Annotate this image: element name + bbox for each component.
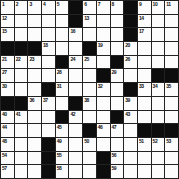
white-cell-r8-c9[interactable] — [111, 97, 124, 110]
white-cell-r11-c2[interactable] — [15, 138, 28, 151]
black-cell-r6-c13 — [165, 69, 178, 82]
white-cell-r2-c5[interactable] — [56, 15, 69, 28]
clue-number-31: 31 — [57, 83, 62, 89]
black-cell-r8-c1 — [1, 97, 14, 110]
white-cell-r8-c12[interactable] — [152, 97, 165, 110]
black-cell-r3-c10 — [124, 28, 137, 41]
clue-number-33: 33 — [139, 83, 144, 89]
clue-number-27: 27 — [2, 69, 7, 75]
clue-number-39: 39 — [125, 97, 130, 103]
clue-number-9: 9 — [139, 1, 141, 7]
white-cell-r1-c13[interactable]: 11 — [165, 1, 178, 14]
white-cell-r3-c4[interactable] — [42, 28, 55, 41]
white-cell-r1-c1[interactable]: 1 — [1, 1, 14, 14]
clue-number-40: 40 — [2, 111, 7, 117]
white-cell-r13-c9[interactable]: 59 — [111, 165, 124, 178]
white-cell-r5-c13[interactable] — [165, 56, 178, 69]
clue-number-10: 10 — [153, 1, 158, 7]
white-cell-r10-c2[interactable] — [15, 124, 28, 137]
clue-number-48: 48 — [2, 138, 7, 144]
clue-number-23: 23 — [29, 56, 34, 62]
white-cell-r7-c7[interactable] — [83, 83, 96, 96]
clue-number-54: 54 — [2, 152, 7, 158]
clue-number-26: 26 — [125, 56, 130, 62]
white-cell-r9-c1[interactable]: 40 — [1, 111, 14, 124]
white-cell-r3-c11[interactable]: 17 — [138, 28, 151, 41]
white-cell-r13-c6[interactable] — [69, 165, 82, 178]
white-cell-r10-c4[interactable] — [42, 124, 55, 137]
white-cell-r9-c10[interactable]: 43 — [124, 111, 137, 124]
white-cell-r6-c4[interactable] — [42, 69, 55, 82]
white-cell-r13-c7[interactable] — [83, 165, 96, 178]
white-cell-r1-c3[interactable]: 3 — [28, 1, 41, 14]
white-cell-r13-c5[interactable]: 58 — [56, 165, 69, 178]
white-cell-r6-c6[interactable] — [69, 69, 82, 82]
white-cell-r3-c9[interactable] — [111, 28, 124, 41]
white-cell-r3-c13[interactable] — [165, 28, 178, 41]
white-cell-r10-c5[interactable]: 45 — [56, 124, 69, 137]
clue-number-45: 45 — [57, 124, 62, 130]
white-cell-r9-c8[interactable] — [97, 111, 110, 124]
white-cell-r7-c3[interactable] — [28, 83, 41, 96]
white-cell-r12-c9[interactable]: 56 — [111, 152, 124, 165]
white-cell-r13-c2[interactable] — [15, 165, 28, 178]
black-cell-r1-c10 — [124, 1, 137, 14]
white-cell-r7-c2[interactable] — [15, 83, 28, 96]
clue-number-20: 20 — [125, 42, 130, 48]
white-cell-r8-c8[interactable] — [97, 97, 110, 110]
white-cell-r4-c5[interactable] — [56, 42, 69, 55]
white-cell-r7-c9[interactable] — [111, 83, 124, 96]
white-cell-r8-c3[interactable]: 36 — [28, 97, 41, 110]
black-cell-r4-c3 — [28, 42, 41, 55]
white-cell-r7-c8[interactable]: 32 — [97, 83, 110, 96]
white-cell-r10-c10[interactable] — [124, 124, 137, 137]
white-cell-r13-c11[interactable] — [138, 165, 151, 178]
white-cell-r5-c3[interactable]: 23 — [28, 56, 41, 69]
white-cell-r2-c11[interactable]: 14 — [138, 15, 151, 28]
white-cell-r4-c10[interactable]: 20 — [124, 42, 137, 55]
clue-number-25: 25 — [84, 56, 89, 62]
white-cell-r6-c10[interactable] — [124, 69, 137, 82]
white-cell-r9-c11[interactable] — [138, 111, 151, 124]
white-cell-r7-c5[interactable]: 31 — [56, 83, 69, 96]
white-cell-r3-c7[interactable] — [83, 28, 96, 41]
white-cell-r6-c5[interactable]: 28 — [56, 69, 69, 82]
clue-number-42: 42 — [70, 111, 75, 117]
black-cell-r4-c7 — [83, 42, 96, 55]
black-cell-r8-c2 — [15, 97, 28, 110]
white-cell-r11-c1[interactable]: 48 — [1, 138, 14, 151]
black-cell-r12-c8 — [97, 152, 110, 165]
white-cell-r4-c11[interactable] — [138, 42, 151, 55]
white-cell-r7-c6[interactable] — [69, 83, 82, 96]
clue-number-29: 29 — [112, 69, 117, 75]
clue-number-8: 8 — [112, 1, 114, 7]
white-cell-r13-c1[interactable]: 57 — [1, 165, 14, 178]
white-cell-r5-c8[interactable] — [97, 56, 110, 69]
white-cell-r6-c7[interactable] — [83, 69, 96, 82]
white-cell-r8-c10[interactable]: 39 — [124, 97, 137, 110]
white-cell-r12-c7[interactable] — [83, 152, 96, 165]
white-cell-r5-c6[interactable]: 24 — [69, 56, 82, 69]
clue-number-37: 37 — [43, 97, 48, 103]
black-cell-r9-c5 — [56, 111, 69, 124]
clue-number-52: 52 — [153, 138, 158, 144]
white-cell-r9-c6[interactable]: 42 — [69, 111, 82, 124]
clue-number-32: 32 — [98, 83, 103, 89]
black-cell-r5-c9 — [111, 56, 124, 69]
crossword-grid: 1234567891011121314151617181920212223242… — [0, 0, 179, 179]
white-cell-r9-c3[interactable] — [28, 111, 41, 124]
black-cell-r7-c4 — [42, 83, 55, 96]
white-cell-r13-c12[interactable] — [152, 165, 165, 178]
black-cell-r2-c10 — [124, 15, 137, 28]
white-cell-r8-c5[interactable] — [56, 97, 69, 110]
white-cell-r13-c3[interactable] — [28, 165, 41, 178]
clue-number-4: 4 — [43, 1, 45, 7]
white-cell-r11-c3[interactable] — [28, 138, 41, 151]
white-cell-r3-c5[interactable] — [56, 28, 69, 41]
black-cell-r9-c9 — [111, 111, 124, 124]
white-cell-r6-c3[interactable] — [28, 69, 41, 82]
clue-number-43: 43 — [125, 111, 130, 117]
white-cell-r2-c3[interactable] — [28, 15, 41, 28]
white-cell-r7-c11[interactable]: 33 — [138, 83, 151, 96]
white-cell-r11-c12[interactable]: 52 — [152, 138, 165, 151]
black-cell-r4-c2 — [15, 42, 28, 55]
clue-number-35: 35 — [166, 83, 171, 89]
clue-number-41: 41 — [16, 111, 21, 117]
clue-number-46: 46 — [98, 124, 103, 130]
black-cell-r12-c4 — [42, 152, 55, 165]
white-cell-r1-c12[interactable]: 10 — [152, 1, 165, 14]
white-cell-r1-c11[interactable]: 9 — [138, 1, 151, 14]
white-cell-r11-c9[interactable] — [111, 138, 124, 151]
white-cell-r3-c8[interactable] — [97, 28, 110, 41]
white-cell-r2-c1[interactable]: 12 — [1, 15, 14, 28]
white-cell-r12-c3[interactable] — [28, 152, 41, 165]
white-cell-r5-c4[interactable] — [42, 56, 55, 69]
white-cell-r4-c8[interactable]: 19 — [97, 42, 110, 55]
white-cell-r4-c6[interactable] — [69, 42, 82, 55]
black-cell-r4-c1 — [1, 42, 14, 55]
clue-number-44: 44 — [2, 124, 7, 130]
black-cell-r13-c4 — [42, 165, 55, 178]
white-cell-r12-c12[interactable] — [152, 152, 165, 165]
black-cell-r10-c11 — [138, 124, 151, 137]
clue-number-16: 16 — [70, 28, 75, 34]
white-cell-r9-c12[interactable] — [152, 111, 165, 124]
white-cell-r2-c13[interactable] — [165, 15, 178, 28]
white-cell-r12-c1[interactable]: 54 — [1, 152, 14, 165]
clue-number-12: 12 — [2, 15, 7, 21]
black-cell-r10-c12 — [152, 124, 165, 137]
white-cell-r6-c2[interactable] — [15, 69, 28, 82]
white-cell-r4-c13[interactable] — [165, 42, 178, 55]
black-cell-r11-c4 — [42, 138, 55, 151]
clue-number-57: 57 — [2, 165, 7, 171]
clue-number-21: 21 — [2, 56, 7, 62]
white-cell-r13-c13[interactable] — [165, 165, 178, 178]
clue-number-22: 22 — [16, 56, 21, 62]
clue-number-15: 15 — [2, 28, 7, 34]
white-cell-r5-c7[interactable]: 25 — [83, 56, 96, 69]
white-cell-r9-c13[interactable] — [165, 111, 178, 124]
black-cell-r6-c8 — [97, 69, 110, 82]
white-cell-r7-c12[interactable]: 34 — [152, 83, 165, 96]
clue-number-49: 49 — [57, 138, 62, 144]
clue-number-14: 14 — [139, 15, 144, 21]
white-cell-r9-c2[interactable]: 41 — [15, 111, 28, 124]
black-cell-r10-c13 — [165, 124, 178, 137]
clue-number-58: 58 — [57, 165, 62, 171]
white-cell-r5-c1[interactable]: 21 — [1, 56, 14, 69]
clue-number-7: 7 — [98, 1, 100, 7]
white-cell-r2-c9[interactable] — [111, 15, 124, 28]
black-cell-r6-c12 — [152, 69, 165, 82]
clue-number-19: 19 — [98, 42, 103, 48]
white-cell-r1-c9[interactable]: 8 — [111, 1, 124, 14]
white-cell-r1-c7[interactable]: 6 — [83, 1, 96, 14]
clue-number-59: 59 — [112, 165, 117, 171]
white-cell-r11-c6[interactable] — [69, 138, 82, 151]
white-cell-r8-c7[interactable]: 38 — [83, 97, 96, 110]
white-cell-r1-c2[interactable]: 2 — [15, 1, 28, 14]
white-cell-r6-c1[interactable]: 27 — [1, 69, 14, 82]
black-cell-r8-c6 — [69, 97, 82, 110]
white-cell-r4-c9[interactable] — [111, 42, 124, 55]
clue-number-47: 47 — [112, 124, 117, 130]
white-cell-r8-c13[interactable] — [165, 97, 178, 110]
white-cell-r10-c3[interactable] — [28, 124, 41, 137]
white-cell-r9-c7[interactable] — [83, 111, 96, 124]
clue-number-56: 56 — [112, 152, 117, 158]
white-cell-r3-c6[interactable]: 16 — [69, 28, 82, 41]
white-cell-r12-c5[interactable]: 55 — [56, 152, 69, 165]
white-cell-r8-c4[interactable]: 37 — [42, 97, 55, 110]
clue-number-53: 53 — [166, 138, 171, 144]
clue-number-1: 1 — [2, 1, 4, 7]
white-cell-r8-c11[interactable] — [138, 97, 151, 110]
white-cell-r7-c13[interactable]: 35 — [165, 83, 178, 96]
black-cell-r1-c6 — [69, 1, 82, 14]
white-cell-r10-c9[interactable]: 47 — [111, 124, 124, 137]
white-cell-r5-c12[interactable] — [152, 56, 165, 69]
white-cell-r5-c11[interactable] — [138, 56, 151, 69]
white-cell-r2-c8[interactable] — [97, 15, 110, 28]
white-cell-r12-c10[interactable] — [124, 152, 137, 165]
white-cell-r11-c11[interactable]: 51 — [138, 138, 151, 151]
clue-number-3: 3 — [29, 1, 31, 7]
clue-number-34: 34 — [153, 83, 158, 89]
white-cell-r12-c13[interactable] — [165, 152, 178, 165]
clue-number-28: 28 — [57, 69, 62, 75]
clue-number-30: 30 — [2, 83, 7, 89]
white-cell-r11-c13[interactable]: 53 — [165, 138, 178, 151]
white-cell-r11-c10[interactable] — [124, 138, 137, 151]
white-cell-r1-c5[interactable]: 5 — [56, 1, 69, 14]
clue-number-5: 5 — [57, 1, 59, 7]
black-cell-r2-c6 — [69, 15, 82, 28]
white-cell-r4-c4[interactable]: 18 — [42, 42, 55, 55]
white-cell-r2-c2[interactable] — [15, 15, 28, 28]
black-cell-r7-c10 — [124, 83, 137, 96]
black-cell-r10-c7 — [83, 124, 96, 137]
clue-number-38: 38 — [84, 97, 89, 103]
clue-number-50: 50 — [84, 138, 89, 144]
white-cell-r3-c1[interactable]: 15 — [1, 28, 14, 41]
clue-number-36: 36 — [29, 97, 34, 103]
white-cell-r3-c3[interactable] — [28, 28, 41, 41]
clue-number-6: 6 — [84, 1, 86, 7]
white-cell-r10-c8[interactable]: 46 — [97, 124, 110, 137]
clue-number-55: 55 — [57, 152, 62, 158]
white-cell-r5-c2[interactable]: 22 — [15, 56, 28, 69]
clue-number-18: 18 — [43, 42, 48, 48]
black-cell-r13-c8 — [97, 165, 110, 178]
white-cell-r6-c9[interactable]: 29 — [111, 69, 124, 82]
white-cell-r12-c6[interactable] — [69, 152, 82, 165]
white-cell-r1-c8[interactable]: 7 — [97, 1, 110, 14]
white-cell-r9-c4[interactable] — [42, 111, 55, 124]
clue-number-13: 13 — [84, 15, 89, 21]
clue-number-24: 24 — [70, 56, 75, 62]
white-cell-r6-c11[interactable] — [138, 69, 151, 82]
white-cell-r3-c12[interactable] — [152, 28, 165, 41]
white-cell-r11-c8[interactable] — [97, 138, 110, 151]
clue-number-2: 2 — [16, 1, 18, 7]
white-cell-r3-c2[interactable] — [15, 28, 28, 41]
clue-number-51: 51 — [139, 138, 144, 144]
black-cell-r5-c5 — [56, 56, 69, 69]
white-cell-r4-c12[interactable] — [152, 42, 165, 55]
white-cell-r2-c4[interactable] — [42, 15, 55, 28]
white-cell-r7-c1[interactable]: 30 — [1, 83, 14, 96]
white-cell-r11-c5[interactable]: 49 — [56, 138, 69, 151]
white-cell-r12-c11[interactable] — [138, 152, 151, 165]
white-cell-r12-c2[interactable] — [15, 152, 28, 165]
clue-number-17: 17 — [139, 28, 144, 34]
white-cell-r10-c6[interactable] — [69, 124, 82, 137]
white-cell-r2-c7[interactable]: 13 — [83, 15, 96, 28]
white-cell-r10-c1[interactable]: 44 — [1, 124, 14, 137]
white-cell-r2-c12[interactable] — [152, 15, 165, 28]
white-cell-r11-c7[interactable]: 50 — [83, 138, 96, 151]
white-cell-r1-c4[interactable]: 4 — [42, 1, 55, 14]
white-cell-r13-c10[interactable] — [124, 165, 137, 178]
clue-number-11: 11 — [166, 1, 170, 7]
white-cell-r5-c10[interactable]: 26 — [124, 56, 137, 69]
